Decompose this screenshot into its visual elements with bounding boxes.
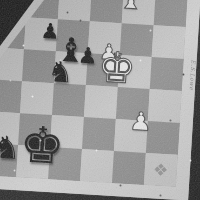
dust-speckles <box>0 0 1 1</box>
black-king-d1[interactable]: ♚ <box>18 119 66 172</box>
maker-signature: E.S.Lowe <box>187 59 196 115</box>
photo-scene: ❖ E.S.Lowe ♝♟♝♟♟♞♚♟♞♚ <box>0 0 200 200</box>
chessboard: ❖ E.S.Lowe ♝♟♝♟♟♞♚♟♞♚ <box>0 0 200 200</box>
black-knight-d3[interactable]: ♞ <box>47 57 75 88</box>
white-bishop-g6[interactable]: ♝ <box>119 0 144 13</box>
white-king-f3[interactable]: ♚ <box>97 46 137 90</box>
board-logo-ornament: ❖ <box>153 159 169 180</box>
black-pawn-e4[interactable]: ♟ <box>77 44 98 67</box>
white-pawn-g2[interactable]: ♟ <box>129 108 153 134</box>
board-pieces: ♝♟♝♟♟♞♚♟♞♚ <box>0 0 191 187</box>
photo-frame: ❖ E.S.Lowe ♝♟♝♟♟♞♚♟♞♚ <box>0 0 200 200</box>
